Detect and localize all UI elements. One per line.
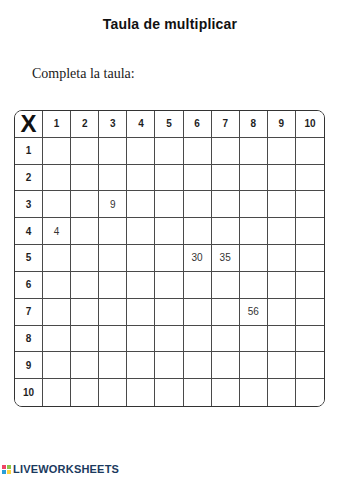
cell-r9-c8-answer[interactable]	[240, 352, 268, 379]
logo-square-2	[2, 470, 6, 474]
cell-r10-c3-answer[interactable]	[99, 379, 127, 406]
cell-r8-c4-answer[interactable]	[127, 326, 155, 353]
cell-r1-c7-answer[interactable]	[212, 138, 240, 165]
col-header-2: 2	[71, 111, 99, 138]
cell-r9-c4-answer[interactable]	[127, 352, 155, 379]
cell-r1-c5-answer[interactable]	[155, 138, 183, 165]
cell-r4-c6-answer[interactable]	[184, 218, 212, 245]
cell-r3-c6-answer[interactable]	[184, 191, 212, 218]
cell-r6-c6-answer[interactable]	[184, 272, 212, 299]
cell-r3-c1-answer[interactable]	[43, 191, 71, 218]
cell-r8-c8-answer[interactable]	[240, 326, 268, 353]
cell-r10-c1-answer[interactable]	[43, 379, 71, 406]
row-header-5: 5	[15, 245, 43, 272]
col-header-10: 10	[296, 111, 324, 138]
cell-r10-c10-answer[interactable]	[296, 379, 324, 406]
cell-r6-c1-answer[interactable]	[43, 272, 71, 299]
cell-r5-c6-given: 30	[184, 245, 212, 272]
cell-r1-c4-answer[interactable]	[127, 138, 155, 165]
cell-r5-c3-answer[interactable]	[99, 245, 127, 272]
cell-r7-c5-answer[interactable]	[155, 299, 183, 326]
cell-r10-c4-answer[interactable]	[127, 379, 155, 406]
cell-r2-c1-answer[interactable]	[43, 165, 71, 192]
cell-r9-c2-answer[interactable]	[71, 352, 99, 379]
cell-r8-c7-answer[interactable]	[212, 326, 240, 353]
col-header-7: 7	[212, 111, 240, 138]
col-header-9: 9	[268, 111, 296, 138]
cell-r7-c4-answer[interactable]	[127, 299, 155, 326]
cell-r6-c4-answer[interactable]	[127, 272, 155, 299]
cell-r3-c4-answer[interactable]	[127, 191, 155, 218]
cell-r7-c2-answer[interactable]	[71, 299, 99, 326]
row-header-2: 2	[15, 165, 43, 192]
cell-r7-c6-answer[interactable]	[184, 299, 212, 326]
row-header-8: 8	[15, 326, 43, 353]
cell-r2-c2-answer[interactable]	[71, 165, 99, 192]
cell-r8-c5-answer[interactable]	[155, 326, 183, 353]
cell-r3-c2-answer[interactable]	[71, 191, 99, 218]
cell-r3-c8-answer[interactable]	[240, 191, 268, 218]
row-header-6: 6	[15, 272, 43, 299]
col-header-5: 5	[155, 111, 183, 138]
multiplication-table: X123456789101239445303567568910	[14, 110, 325, 407]
cell-r3-c5-answer[interactable]	[155, 191, 183, 218]
row-header-4: 4	[15, 218, 43, 245]
col-header-4: 4	[127, 111, 155, 138]
cell-r6-c5-answer[interactable]	[155, 272, 183, 299]
cell-r9-c6-answer[interactable]	[184, 352, 212, 379]
cell-r2-c8-answer[interactable]	[240, 165, 268, 192]
cell-r4-c7-answer[interactable]	[212, 218, 240, 245]
cell-r3-c10-answer[interactable]	[296, 191, 324, 218]
logo-square-1	[7, 465, 11, 469]
cell-r2-c4-answer[interactable]	[127, 165, 155, 192]
cell-r10-c8-answer[interactable]	[240, 379, 268, 406]
cell-r6-c7-answer[interactable]	[212, 272, 240, 299]
row-header-9: 9	[15, 352, 43, 379]
logo-square-0	[2, 465, 6, 469]
cell-r3-c9-answer[interactable]	[268, 191, 296, 218]
instruction-text: Completa la taula:	[32, 66, 135, 82]
cell-r8-c6-answer[interactable]	[184, 326, 212, 353]
cell-r8-c9-answer[interactable]	[268, 326, 296, 353]
cell-r4-c9-answer[interactable]	[268, 218, 296, 245]
cell-r4-c1-given: 4	[43, 218, 71, 245]
cell-r5-c2-answer[interactable]	[71, 245, 99, 272]
cell-r1-c1-answer[interactable]	[43, 138, 71, 165]
cell-r5-c4-answer[interactable]	[127, 245, 155, 272]
cell-r5-c7-given: 35	[212, 245, 240, 272]
cell-r9-c3-answer[interactable]	[99, 352, 127, 379]
cell-r6-c10-answer[interactable]	[296, 272, 324, 299]
cell-r3-c7-answer[interactable]	[212, 191, 240, 218]
page-title: Taula de multiplicar	[0, 16, 340, 32]
liveworksheets-footer: LIVEWORKSHEETS	[2, 462, 119, 476]
logo-square-3	[7, 470, 11, 474]
cell-r4-c2-answer[interactable]	[71, 218, 99, 245]
cell-r2-c3-answer[interactable]	[99, 165, 127, 192]
cell-r7-c9-answer[interactable]	[268, 299, 296, 326]
cell-r7-c8-given: 56	[240, 299, 268, 326]
cell-r9-c10-answer[interactable]	[296, 352, 324, 379]
cell-r2-c10-answer[interactable]	[296, 165, 324, 192]
cell-r10-c6-answer[interactable]	[184, 379, 212, 406]
cell-r6-c3-answer[interactable]	[99, 272, 127, 299]
cell-r2-c9-answer[interactable]	[268, 165, 296, 192]
cell-r4-c4-answer[interactable]	[127, 218, 155, 245]
cell-r5-c8-answer[interactable]	[240, 245, 268, 272]
cell-r9-c7-answer[interactable]	[212, 352, 240, 379]
cell-r8-c1-answer[interactable]	[43, 326, 71, 353]
cell-r1-c10-answer[interactable]	[296, 138, 324, 165]
cell-r10-c5-answer[interactable]	[155, 379, 183, 406]
cell-r9-c5-answer[interactable]	[155, 352, 183, 379]
cell-r1-c3-answer[interactable]	[99, 138, 127, 165]
cell-r8-c2-answer[interactable]	[71, 326, 99, 353]
cell-r6-c2-answer[interactable]	[71, 272, 99, 299]
cell-r1-c6-answer[interactable]	[184, 138, 212, 165]
cell-r7-c1-answer[interactable]	[43, 299, 71, 326]
cell-r7-c7-answer[interactable]	[212, 299, 240, 326]
row-header-3: 3	[15, 191, 43, 218]
liveworksheets-brand-text: LIVEWORKSHEETS	[13, 463, 119, 475]
cell-r10-c9-answer[interactable]	[268, 379, 296, 406]
cell-r4-c8-answer[interactable]	[240, 218, 268, 245]
cell-r1-c2-answer[interactable]	[71, 138, 99, 165]
cell-r9-c9-answer[interactable]	[268, 352, 296, 379]
cell-r10-c2-answer[interactable]	[71, 379, 99, 406]
cell-r8-c10-answer[interactable]	[296, 326, 324, 353]
cell-r6-c9-answer[interactable]	[268, 272, 296, 299]
col-header-6: 6	[184, 111, 212, 138]
cell-r5-c5-answer[interactable]	[155, 245, 183, 272]
col-header-3: 3	[99, 111, 127, 138]
liveworksheets-logo-icon	[2, 465, 11, 474]
cell-r2-c5-answer[interactable]	[155, 165, 183, 192]
cell-r6-c8-answer[interactable]	[240, 272, 268, 299]
cell-r10-c7-answer[interactable]	[212, 379, 240, 406]
col-header-1: 1	[43, 111, 71, 138]
cell-r8-c3-answer[interactable]	[99, 326, 127, 353]
corner-times-symbol: X	[15, 111, 43, 138]
row-header-1: 1	[15, 138, 43, 165]
cell-r3-c3-given: 9	[99, 191, 127, 218]
col-header-8: 8	[240, 111, 268, 138]
cell-r7-c10-answer[interactable]	[296, 299, 324, 326]
cell-r5-c1-answer[interactable]	[43, 245, 71, 272]
cell-r2-c6-answer[interactable]	[184, 165, 212, 192]
cell-r5-c9-answer[interactable]	[268, 245, 296, 272]
row-header-7: 7	[15, 299, 43, 326]
cell-r7-c3-answer[interactable]	[99, 299, 127, 326]
cell-r4-c5-answer[interactable]	[155, 218, 183, 245]
cell-r1-c8-answer[interactable]	[240, 138, 268, 165]
cell-r2-c7-answer[interactable]	[212, 165, 240, 192]
cell-r4-c10-answer[interactable]	[296, 218, 324, 245]
cell-r5-c10-answer[interactable]	[296, 245, 324, 272]
multiplication-grid: X123456789101239445303567568910	[15, 111, 324, 406]
row-header-10: 10	[15, 379, 43, 406]
cell-r4-c3-answer[interactable]	[99, 218, 127, 245]
cell-r9-c1-answer[interactable]	[43, 352, 71, 379]
cell-r1-c9-answer[interactable]	[268, 138, 296, 165]
